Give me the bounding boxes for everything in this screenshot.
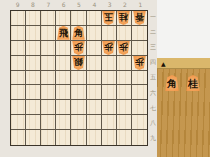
- rank-label: 五: [149, 70, 157, 85]
- board-square[interactable]: [87, 26, 102, 41]
- board-square[interactable]: 歩: [117, 41, 132, 56]
- board-square[interactable]: [117, 56, 132, 71]
- board-square[interactable]: [132, 26, 147, 41]
- board-square[interactable]: [26, 115, 41, 130]
- hand-piece[interactable]: 角: [165, 75, 179, 91]
- board-square[interactable]: [26, 26, 41, 41]
- board-square[interactable]: [132, 115, 147, 130]
- board-square[interactable]: 桂: [117, 11, 132, 26]
- board-square[interactable]: [41, 41, 56, 56]
- board-square[interactable]: 玉: [102, 11, 117, 26]
- piece-sente[interactable]: 角: [72, 26, 85, 40]
- board-square[interactable]: [117, 130, 132, 145]
- board-square[interactable]: [56, 11, 71, 26]
- board-square[interactable]: [41, 11, 56, 26]
- board-square[interactable]: 角: [71, 26, 86, 41]
- board-square[interactable]: [117, 100, 132, 115]
- rank-label: 一: [149, 10, 157, 25]
- board-square[interactable]: [132, 85, 147, 100]
- board-square[interactable]: [87, 56, 102, 71]
- board-square[interactable]: [132, 41, 147, 56]
- board-square[interactable]: [41, 115, 56, 130]
- board-square[interactable]: [26, 11, 41, 26]
- board-square[interactable]: 歩: [71, 41, 86, 56]
- hand-piece[interactable]: 桂: [186, 75, 200, 91]
- rank-label: 六: [149, 86, 157, 101]
- board-square[interactable]: 歩: [132, 56, 147, 71]
- board-square[interactable]: [71, 85, 86, 100]
- board-square[interactable]: [26, 56, 41, 71]
- board-square[interactable]: [117, 85, 132, 100]
- board-square[interactable]: [87, 85, 102, 100]
- board-square[interactable]: [117, 26, 132, 41]
- piece-gote[interactable]: 歩: [102, 41, 115, 55]
- rank-label: 七: [149, 101, 157, 116]
- board-square[interactable]: [56, 100, 71, 115]
- board-square[interactable]: [56, 85, 71, 100]
- board-square[interactable]: [102, 71, 117, 86]
- rank-label: 八: [149, 116, 157, 131]
- sente-marker: ▲: [161, 59, 166, 68]
- board-square[interactable]: [56, 41, 71, 56]
- piece-gote[interactable]: 桂: [117, 11, 130, 25]
- board-square[interactable]: [41, 71, 56, 86]
- board-square[interactable]: [102, 115, 117, 130]
- board-square[interactable]: [26, 100, 41, 115]
- board-square[interactable]: [117, 115, 132, 130]
- board-square[interactable]: [11, 56, 26, 71]
- board-square[interactable]: [56, 71, 71, 86]
- board-square[interactable]: 歩: [102, 41, 117, 56]
- board-square[interactable]: [41, 56, 56, 71]
- board-square[interactable]: 飛: [56, 26, 71, 41]
- piece-gote[interactable]: 歩: [133, 56, 146, 70]
- board-square[interactable]: [87, 100, 102, 115]
- board-square[interactable]: [71, 130, 86, 145]
- file-label: 3: [102, 1, 117, 9]
- rank-label: 二: [149, 25, 157, 40]
- piece-gote[interactable]: 歩: [72, 41, 85, 55]
- board-square[interactable]: [71, 71, 86, 86]
- file-label: 9: [10, 1, 25, 9]
- piece-gote[interactable]: 香: [133, 11, 146, 25]
- file-labels: 987654321: [10, 1, 148, 9]
- board-square[interactable]: [11, 100, 26, 115]
- board-square[interactable]: [11, 71, 26, 86]
- board-square[interactable]: [71, 11, 86, 26]
- board-square[interactable]: [26, 85, 41, 100]
- board-square[interactable]: [87, 130, 102, 145]
- hand-panel-header: ▲: [157, 58, 210, 69]
- board-square[interactable]: [132, 130, 147, 145]
- board-square[interactable]: [87, 71, 102, 86]
- board-square[interactable]: [102, 85, 117, 100]
- shogi-problem-widget: 987654321 一二三四五六七八九 玉桂香飛角歩歩歩銀歩 ▲ 角桂: [0, 0, 210, 157]
- file-label: 4: [87, 1, 102, 9]
- board-square[interactable]: 銀: [71, 56, 86, 71]
- board-square[interactable]: [102, 56, 117, 71]
- board-square[interactable]: [132, 100, 147, 115]
- board-square[interactable]: [56, 115, 71, 130]
- board-square[interactable]: [11, 41, 26, 56]
- rank-label: 四: [149, 55, 157, 70]
- file-label: 2: [117, 1, 132, 9]
- file-label: 6: [56, 1, 71, 9]
- board-square[interactable]: [56, 130, 71, 145]
- board-square[interactable]: [87, 11, 102, 26]
- board-square[interactable]: [41, 100, 56, 115]
- rank-label: 三: [149, 40, 157, 55]
- board-square[interactable]: [11, 11, 26, 26]
- board-square[interactable]: [102, 130, 117, 145]
- board-square[interactable]: [71, 115, 86, 130]
- hand-panel: ▲ 角桂: [157, 58, 210, 157]
- board-square[interactable]: [132, 71, 147, 86]
- file-label: 5: [71, 1, 86, 9]
- rank-labels: 一二三四五六七八九: [149, 10, 157, 146]
- board-square[interactable]: [117, 71, 132, 86]
- board-square[interactable]: [26, 41, 41, 56]
- board-square[interactable]: [71, 100, 86, 115]
- board-square[interactable]: [41, 130, 56, 145]
- hand-pieces: 角桂: [165, 75, 200, 91]
- shogi-board: 玉桂香飛角歩歩歩銀歩: [10, 10, 148, 146]
- board-square[interactable]: [11, 130, 26, 145]
- board-square[interactable]: [87, 41, 102, 56]
- board-square[interactable]: [41, 85, 56, 100]
- board-square[interactable]: [26, 71, 41, 86]
- piece-sente[interactable]: 飛: [57, 26, 70, 40]
- board-square[interactable]: [102, 100, 117, 115]
- board-square[interactable]: [102, 26, 117, 41]
- piece-gote[interactable]: 歩: [117, 41, 130, 55]
- rank-label: 九: [149, 131, 157, 146]
- board-square[interactable]: [11, 26, 26, 41]
- file-label: 8: [25, 1, 40, 9]
- board-square[interactable]: 香: [132, 11, 147, 26]
- board-square[interactable]: [41, 26, 56, 41]
- board-square[interactable]: [26, 130, 41, 145]
- board-square[interactable]: [56, 56, 71, 71]
- board-square[interactable]: [87, 115, 102, 130]
- piece-gote[interactable]: 玉: [102, 11, 115, 25]
- file-label: 7: [41, 1, 56, 9]
- board-square[interactable]: [11, 85, 26, 100]
- board-square[interactable]: [11, 115, 26, 130]
- piece-gote[interactable]: 銀: [72, 56, 85, 70]
- file-label: 1: [133, 1, 148, 9]
